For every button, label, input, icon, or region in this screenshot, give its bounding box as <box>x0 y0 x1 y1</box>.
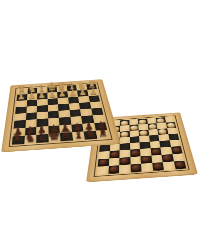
checkers-square <box>163 161 175 170</box>
chess-piece-light-pawn: ♟ <box>89 87 97 96</box>
chess-piece-light-pawn: ♟ <box>17 92 25 101</box>
chess-piece-light-pawn: ♟ <box>27 91 35 100</box>
chess-piece-dark-rook: ♜ <box>97 126 108 138</box>
chess-board-frame: ♜♞♝♚♛♝♞♜♟♟♟♟♟♟♟♟♟♟♟♟♟♟♟♟♜♞♝♚♛♝♞♜ <box>1 79 121 152</box>
chess-square: ♝ <box>72 131 85 140</box>
chess-piece-dark-queen: ♛ <box>60 127 73 141</box>
checker-dark-man <box>109 166 117 173</box>
chess-grid: ♜♞♝♚♛♝♞♜♟♟♟♟♟♟♟♟♟♟♟♟♟♟♟♟♜♞♝♚♛♝♞♜ <box>12 84 109 145</box>
chess-square: ♟ <box>37 93 47 100</box>
chess-piece-dark-knight: ♞ <box>24 131 35 143</box>
chess-piece-light-pawn: ♟ <box>38 90 46 99</box>
checker-light-man <box>157 118 164 122</box>
chess-square: ♟ <box>57 91 68 98</box>
chess-square: ♟ <box>27 93 37 100</box>
checker-light-man <box>140 130 147 135</box>
checker-light-man <box>159 129 167 134</box>
checker-dark-man <box>132 165 140 171</box>
checkers-square <box>141 163 153 172</box>
chess-square: ♟ <box>67 91 78 98</box>
checker-dark-man <box>163 155 172 161</box>
chess-piece-light-pawn: ♟ <box>79 87 87 96</box>
checker-dark-man <box>110 151 118 157</box>
checkers-square <box>108 165 119 174</box>
checkers-square <box>97 166 109 175</box>
checker-dark-man <box>99 159 107 165</box>
chess-square: ♞ <box>84 131 97 140</box>
chess-piece-light-pawn: ♟ <box>48 90 56 99</box>
checker-dark-man <box>175 162 184 168</box>
checker-dark-man <box>172 147 181 153</box>
chess-square: ♜ <box>95 130 109 139</box>
chess-square: ♜ <box>12 136 25 145</box>
product-photo-chess-checkers-set: ♜♞♝♚♛♝♞♜♟♟♟♟♟♟♟♟♟♟♟♟♟♟♟♟♜♞♝♚♛♝♞♜ <box>0 0 199 230</box>
chess-square: ♞ <box>24 135 36 144</box>
checker-light-man <box>121 132 128 137</box>
checker-dark-man <box>142 156 150 162</box>
chess-square: ♟ <box>87 89 98 96</box>
chess-piece-dark-rook: ♜ <box>12 132 23 144</box>
chess-square: ♟ <box>47 92 57 99</box>
chess-piece-dark-bishop: ♝ <box>73 128 84 140</box>
checker-dark-man <box>121 158 129 164</box>
checker-dark-man <box>131 150 139 156</box>
chess-board: ♜♞♝♚♛♝♞♜♟♟♟♟♟♟♟♟♟♟♟♟♟♟♟♟♜♞♝♚♛♝♞♜ <box>1 79 121 152</box>
chess-square: ♚ <box>48 133 60 142</box>
checkers-square <box>130 164 141 173</box>
checker-dark-man <box>153 163 162 169</box>
chess-piece-dark-knight: ♞ <box>85 127 96 139</box>
chess-piece-light-pawn: ♟ <box>58 89 66 98</box>
checker-dark-man <box>152 149 160 155</box>
checkers-square <box>98 151 109 159</box>
chess-piece-light-pawn: ♟ <box>68 88 76 97</box>
chess-square: ♛ <box>60 132 73 141</box>
chess-piece-dark-bishop: ♝ <box>36 131 47 143</box>
chess-square: ♝ <box>36 134 48 143</box>
checkers-square <box>174 161 187 170</box>
chess-board-pinstripe-border: ♜♞♝♚♛♝♞♜♟♟♟♟♟♟♟♟♟♟♟♟♟♟♟♟♜♞♝♚♛♝♞♜ <box>9 82 113 147</box>
checkers-square <box>119 164 130 173</box>
